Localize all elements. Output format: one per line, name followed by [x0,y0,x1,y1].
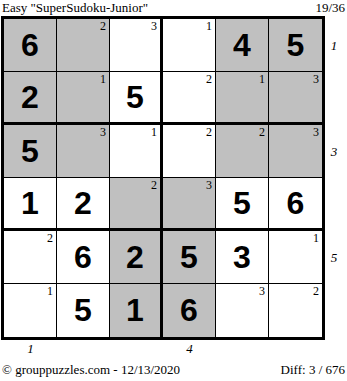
cell-r3c2[interactable]: 3 [57,125,110,178]
board-row: 262531 [4,231,322,284]
row-marker-3: 3 [328,144,340,159]
col-marker-4: 4 [184,341,196,356]
cell-r6c3[interactable]: 1 [110,284,163,337]
given-digit: 6 [57,231,109,283]
cell-r4c5[interactable]: 5 [216,178,269,231]
cell-r1c4[interactable]: 1 [163,19,216,72]
corner-clue: 1 [259,72,265,86]
cell-r2c1[interactable]: 2 [4,72,57,125]
given-digit: 1 [4,178,56,228]
cell-r4c3[interactable]: 2 [110,178,163,231]
cell-r5c3[interactable]: 2 [110,231,163,284]
cell-r3c6[interactable]: 3 [269,125,322,178]
given-digit: 4 [216,19,268,71]
cell-r6c1[interactable]: 1 [4,284,57,337]
corner-clue: 2 [313,284,319,298]
board-row: 215213 [4,72,322,125]
cell-r3c5[interactable]: 2 [216,125,269,178]
cell-r1c2[interactable]: 2 [57,19,110,72]
cell-r3c1[interactable]: 5 [4,125,57,178]
corner-clue: 2 [47,231,53,245]
corner-clue: 1 [206,19,212,33]
cell-r5c5[interactable]: 3 [216,231,269,284]
given-digit: 5 [216,178,268,228]
cell-r5c2[interactable]: 6 [57,231,110,284]
given-digit: 3 [216,231,268,283]
corner-clue: 3 [313,72,319,86]
given-digit: 6 [4,19,56,71]
cell-r5c4[interactable]: 5 [163,231,216,284]
corner-clue: 3 [151,19,157,33]
cell-r4c4[interactable]: 3 [163,178,216,231]
corner-clue: 3 [259,284,265,298]
cell-r5c1[interactable]: 2 [4,231,57,284]
corner-clue: 1 [151,125,157,139]
given-digit: 5 [269,19,322,71]
cell-r1c5[interactable]: 4 [216,19,269,72]
board-row: 531223 [4,125,322,178]
given-digit: 1 [110,284,160,337]
sudoku-board: 623145215213531223122356262531151632 [1,16,325,340]
cell-r1c1[interactable]: 6 [4,19,57,72]
cell-r2c6[interactable]: 3 [269,72,322,125]
difficulty-text: Diff: 3 / 676 [281,362,345,377]
corner-clue: 3 [100,125,106,139]
given-digit: 6 [269,178,322,228]
cell-r1c3[interactable]: 3 [110,19,163,72]
given-digit: 5 [110,72,160,122]
corner-clue: 2 [151,178,157,192]
puzzle-title: Easy "SuperSudoku-Junior" [2,0,148,15]
corner-clue: 1 [100,72,106,86]
board-row: 623145 [4,19,322,72]
given-digit: 5 [163,231,215,283]
given-digit: 6 [163,284,215,337]
corner-clue: 1 [313,231,319,245]
cell-r6c5[interactable]: 3 [216,284,269,337]
given-digit: 5 [4,125,56,177]
footer-bar: © grouppuzzles.com - 12/13/2020 Diff: 3 … [2,362,345,377]
cell-r3c4[interactable]: 2 [163,125,216,178]
cell-r4c2[interactable]: 2 [57,178,110,231]
progress-counter: 19/36 [315,0,345,15]
given-digit: 2 [110,231,160,283]
cell-r5c6[interactable]: 1 [269,231,322,284]
copyright-text: © grouppuzzles.com - 12/13/2020 [2,362,180,377]
cell-r2c5[interactable]: 1 [216,72,269,125]
corner-clue: 3 [206,178,212,192]
cell-r1c6[interactable]: 5 [269,19,322,72]
board-row: 122356 [4,178,322,231]
puzzle-page: { "game": "SuperSudoku-Junior (6x6 Sudok… [0,0,347,381]
cell-r2c4[interactable]: 2 [163,72,216,125]
cell-r3c3[interactable]: 1 [110,125,163,178]
cell-r6c6[interactable]: 2 [269,284,322,337]
row-marker-1: 1 [328,38,340,53]
given-digit: 2 [57,178,109,228]
row-marker-5: 5 [328,250,340,265]
header-bar: Easy "SuperSudoku-Junior" 19/36 [2,0,345,15]
cell-r6c4[interactable]: 6 [163,284,216,337]
corner-clue: 1 [47,284,53,298]
corner-clue: 2 [100,19,106,33]
cell-r4c6[interactable]: 6 [269,178,322,231]
board-row: 151632 [4,284,322,337]
corner-clue: 3 [313,125,319,139]
corner-clue: 2 [259,125,265,139]
cell-r2c3[interactable]: 5 [110,72,163,125]
cell-r4c1[interactable]: 1 [4,178,57,231]
cell-r2c2[interactable]: 1 [57,72,110,125]
given-digit: 2 [4,72,56,122]
corner-clue: 2 [206,125,212,139]
given-digit: 5 [57,284,109,337]
corner-clue: 2 [206,72,212,86]
cell-r6c2[interactable]: 5 [57,284,110,337]
col-marker-1: 1 [25,341,37,356]
